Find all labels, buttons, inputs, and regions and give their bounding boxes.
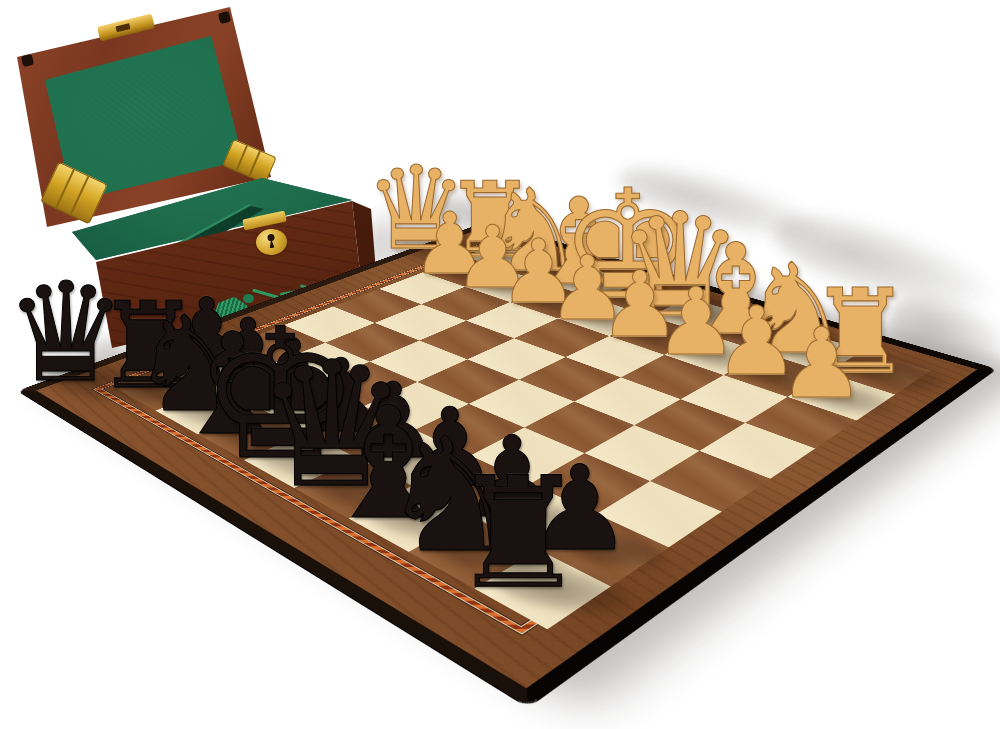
keyhole-icon — [267, 234, 275, 242]
piece-black-rook-a8[interactable]: ♜ — [449, 457, 586, 610]
piece-white-pawn-a2[interactable]: ♟ — [778, 315, 865, 412]
scene: ♜♞♝♛♚♝♞♜♟♟♟♟♟♟♟♟♟♟♟♟♟♟♟♟♜♞♝♛♚♝♞♜♛♛ — [0, 0, 1000, 729]
